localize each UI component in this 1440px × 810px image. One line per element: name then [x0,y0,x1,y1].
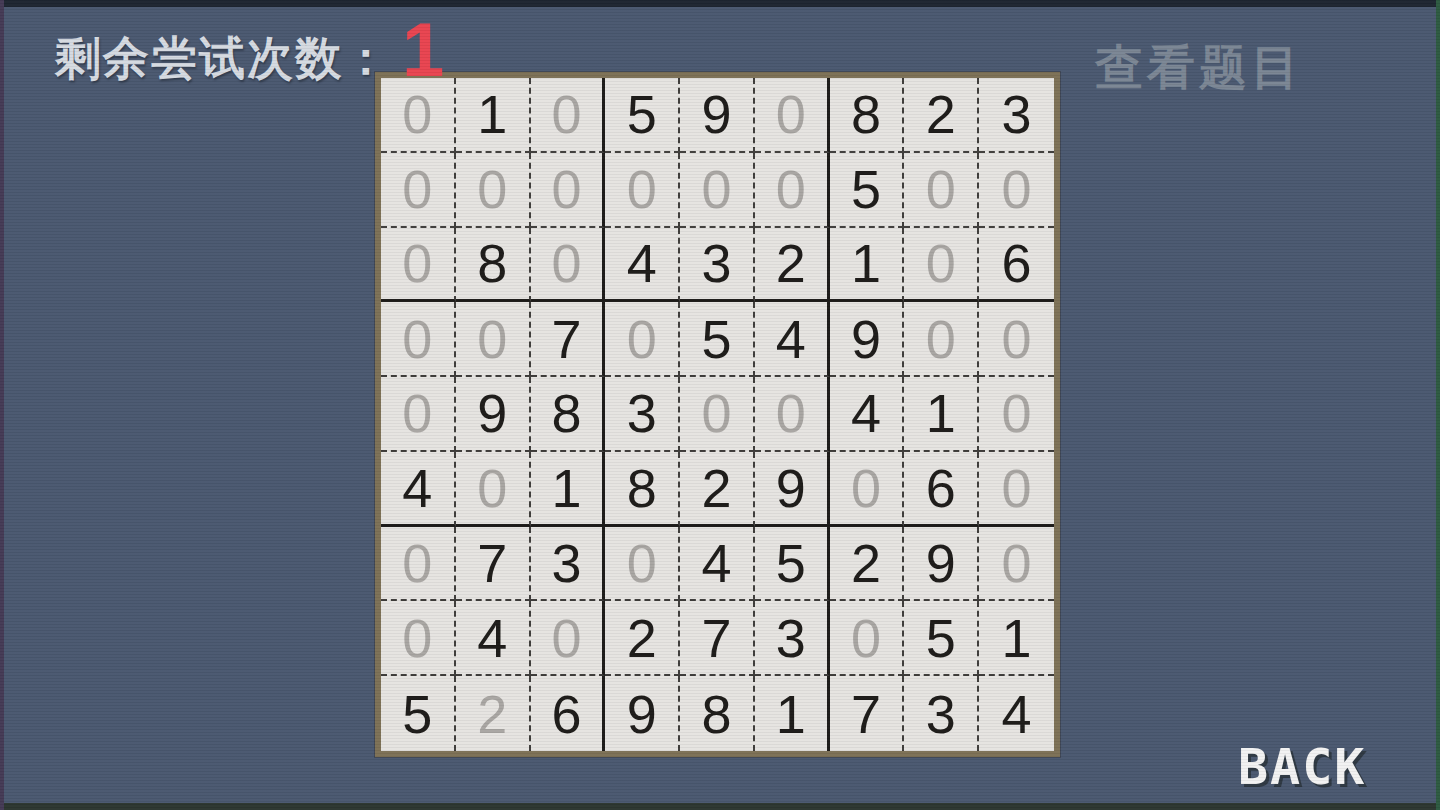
sudoku-cell[interactable]: 3 [904,676,979,751]
sudoku-cell[interactable]: 0 [531,153,606,228]
screen-edge-bottom [0,803,1440,810]
sudoku-cell[interactable]: 0 [755,377,830,452]
sudoku-cell[interactable]: 9 [904,527,979,602]
sudoku-cell[interactable]: 7 [456,527,531,602]
sudoku-cell[interactable]: 0 [381,377,456,452]
sudoku-cell[interactable]: 5 [605,78,680,153]
sudoku-cell[interactable]: 2 [456,676,531,751]
sudoku-cell[interactable]: 0 [755,153,830,228]
sudoku-cell[interactable]: 0 [904,302,979,377]
remaining-attempts-label: 剩余尝试次数： [55,28,391,90]
sudoku-cell[interactable]: 8 [830,78,905,153]
sudoku-cell[interactable]: 0 [979,302,1054,377]
sudoku-cell[interactable]: 1 [979,601,1054,676]
sudoku-cell[interactable]: 0 [531,78,606,153]
sudoku-cell[interactable]: 2 [605,601,680,676]
sudoku-grid: 0105908230000005000804321060070549000983… [381,78,1054,751]
sudoku-cell[interactable]: 0 [381,228,456,303]
sudoku-cell[interactable]: 8 [531,377,606,452]
sudoku-board: 0105908230000005000804321060070549000983… [375,72,1060,757]
sudoku-cell[interactable]: 0 [381,153,456,228]
sudoku-cell[interactable]: 9 [456,377,531,452]
sudoku-cell[interactable]: 0 [381,601,456,676]
sudoku-cell[interactable]: 2 [830,527,905,602]
sudoku-cell[interactable]: 0 [904,228,979,303]
sudoku-cell[interactable]: 4 [605,228,680,303]
sudoku-cell[interactable]: 0 [680,377,755,452]
sudoku-cell[interactable]: 0 [456,452,531,527]
sudoku-cell[interactable]: 0 [605,302,680,377]
sudoku-cell[interactable]: 4 [755,302,830,377]
sudoku-cell[interactable]: 0 [531,601,606,676]
sudoku-cell[interactable]: 1 [456,78,531,153]
sudoku-cell[interactable]: 7 [531,302,606,377]
sudoku-cell[interactable]: 9 [605,676,680,751]
sudoku-cell[interactable]: 0 [456,153,531,228]
sudoku-cell[interactable]: 9 [755,452,830,527]
sudoku-cell[interactable]: 4 [456,601,531,676]
sudoku-cell[interactable]: 0 [755,78,830,153]
sudoku-cell[interactable]: 0 [979,377,1054,452]
sudoku-cell[interactable]: 4 [680,527,755,602]
sudoku-cell[interactable]: 4 [381,452,456,527]
back-button[interactable]: BACK [1238,738,1366,796]
sudoku-cell[interactable]: 2 [904,78,979,153]
sudoku-cell[interactable]: 2 [680,452,755,527]
sudoku-cell[interactable]: 8 [680,676,755,751]
sudoku-cell[interactable]: 0 [830,452,905,527]
sudoku-cell[interactable]: 5 [381,676,456,751]
sudoku-cell[interactable]: 4 [979,676,1054,751]
sudoku-cell[interactable]: 0 [904,153,979,228]
sudoku-cell[interactable]: 3 [605,377,680,452]
sudoku-cell[interactable]: 3 [680,228,755,303]
sudoku-cell[interactable]: 0 [979,452,1054,527]
sudoku-cell[interactable]: 0 [456,302,531,377]
sudoku-cell[interactable]: 3 [755,601,830,676]
remaining-attempts-value: 1 [402,12,444,88]
sudoku-cell[interactable]: 0 [830,601,905,676]
view-puzzle-button[interactable]: 查看题目 [1095,36,1303,100]
sudoku-cell[interactable]: 6 [904,452,979,527]
sudoku-cell[interactable]: 0 [605,527,680,602]
sudoku-cell[interactable]: 5 [904,601,979,676]
sudoku-cell[interactable]: 3 [531,527,606,602]
screen-edge-left [0,0,4,810]
sudoku-cell[interactable]: 7 [830,676,905,751]
sudoku-cell[interactable]: 0 [605,153,680,228]
sudoku-cell[interactable]: 1 [904,377,979,452]
sudoku-cell[interactable]: 1 [531,452,606,527]
sudoku-cell[interactable]: 1 [755,676,830,751]
screen-edge-top [0,0,1440,7]
sudoku-cell[interactable]: 5 [680,302,755,377]
screen-edge-right [1436,0,1440,810]
sudoku-cell[interactable]: 8 [605,452,680,527]
sudoku-cell[interactable]: 9 [680,78,755,153]
sudoku-cell[interactable]: 4 [830,377,905,452]
sudoku-cell[interactable]: 3 [979,78,1054,153]
sudoku-cell[interactable]: 6 [531,676,606,751]
sudoku-cell[interactable]: 0 [531,228,606,303]
sudoku-cell[interactable]: 5 [755,527,830,602]
sudoku-cell[interactable]: 0 [381,302,456,377]
sudoku-cell[interactable]: 9 [830,302,905,377]
sudoku-cell[interactable]: 2 [755,228,830,303]
sudoku-cell[interactable]: 0 [979,527,1054,602]
sudoku-cell[interactable]: 0 [381,527,456,602]
sudoku-cell[interactable]: 0 [680,153,755,228]
sudoku-cell[interactable]: 1 [830,228,905,303]
sudoku-cell[interactable]: 5 [830,153,905,228]
sudoku-cell[interactable]: 6 [979,228,1054,303]
sudoku-cell[interactable]: 7 [680,601,755,676]
sudoku-cell[interactable]: 0 [979,153,1054,228]
sudoku-cell[interactable]: 8 [456,228,531,303]
